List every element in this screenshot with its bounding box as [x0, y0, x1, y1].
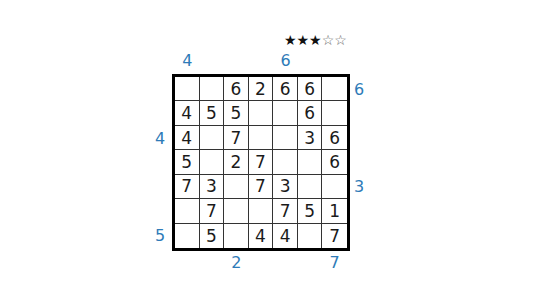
cell-r5c6[interactable] [298, 175, 323, 199]
clue-bottom-col3: 2 [224, 252, 248, 272]
cell-r5c1[interactable]: 7 [175, 175, 200, 199]
cell-r4c3[interactable]: 2 [224, 150, 249, 174]
cell-r5c2[interactable]: 3 [200, 175, 225, 199]
cell-r5c3[interactable] [224, 175, 249, 199]
cell-r3c6[interactable]: 3 [298, 126, 323, 150]
clue-top-col5: 6 [274, 50, 298, 70]
cell-r5c7[interactable] [322, 175, 347, 199]
difficulty-stars: ★★★☆☆ [284, 33, 347, 48]
cell-r1c3[interactable]: 6 [224, 77, 249, 101]
cell-r1c4[interactable]: 2 [249, 77, 274, 101]
clue-left-row3: 4 [148, 128, 172, 148]
cell-r1c7[interactable] [322, 77, 347, 101]
cell-r6c3[interactable] [224, 199, 249, 223]
cell-r7c6[interactable] [298, 224, 323, 248]
cell-r7c7[interactable]: 7 [322, 224, 347, 248]
cell-r7c4[interactable]: 4 [249, 224, 274, 248]
cell-r5c5[interactable]: 3 [273, 175, 298, 199]
cell-r3c7[interactable]: 6 [322, 126, 347, 150]
clue-top-col1: 4 [175, 50, 199, 70]
cell-r1c5[interactable]: 6 [273, 77, 298, 101]
cell-r4c6[interactable] [298, 150, 323, 174]
cell-r6c4[interactable] [249, 199, 274, 223]
cell-r4c1[interactable]: 5 [175, 150, 200, 174]
star-empty-icon: ☆☆ [322, 32, 347, 48]
cell-r7c1[interactable] [175, 224, 200, 248]
cell-r7c3[interactable] [224, 224, 249, 248]
cell-r3c3[interactable]: 7 [224, 126, 249, 150]
cell-r1c2[interactable] [200, 77, 225, 101]
cell-r2c1[interactable]: 4 [175, 101, 200, 125]
cell-r3c2[interactable] [200, 126, 225, 150]
cell-r2c5[interactable] [273, 101, 298, 125]
cell-r7c5[interactable]: 4 [273, 224, 298, 248]
cell-r1c1[interactable] [175, 77, 200, 101]
clue-right-row5: 3 [347, 177, 371, 197]
clue-bottom-col7: 7 [323, 252, 347, 272]
clue-right-row1: 6 [347, 79, 371, 99]
cell-r3c4[interactable] [249, 126, 274, 150]
cell-r7c2[interactable]: 5 [200, 224, 225, 248]
star-filled-icon: ★★★ [284, 32, 322, 48]
cell-r6c7[interactable]: 1 [322, 199, 347, 223]
cell-r4c2[interactable] [200, 150, 225, 174]
cell-r2c4[interactable] [249, 101, 274, 125]
cell-r1c6[interactable]: 6 [298, 77, 323, 101]
cell-r2c6[interactable]: 6 [298, 101, 323, 125]
cell-r6c5[interactable]: 7 [273, 199, 298, 223]
cell-r4c7[interactable]: 6 [322, 150, 347, 174]
board: 6266455647365276737377515447 [172, 74, 350, 251]
cell-r4c5[interactable] [273, 150, 298, 174]
cell-r5c4[interactable]: 7 [249, 175, 274, 199]
puzzle-page: ★★★☆☆ 6266455647365276737377515447 46632… [0, 0, 546, 298]
cell-r6c6[interactable]: 5 [298, 199, 323, 223]
cell-r6c1[interactable] [175, 199, 200, 223]
clue-left-row7: 5 [148, 226, 172, 246]
cell-r3c5[interactable] [273, 126, 298, 150]
cell-r6c2[interactable]: 7 [200, 199, 225, 223]
cell-r3c1[interactable]: 4 [175, 126, 200, 150]
cell-r2c2[interactable]: 5 [200, 101, 225, 125]
cell-r2c3[interactable]: 5 [224, 101, 249, 125]
cell-r4c4[interactable]: 7 [249, 150, 274, 174]
cell-r2c7[interactable] [322, 101, 347, 125]
